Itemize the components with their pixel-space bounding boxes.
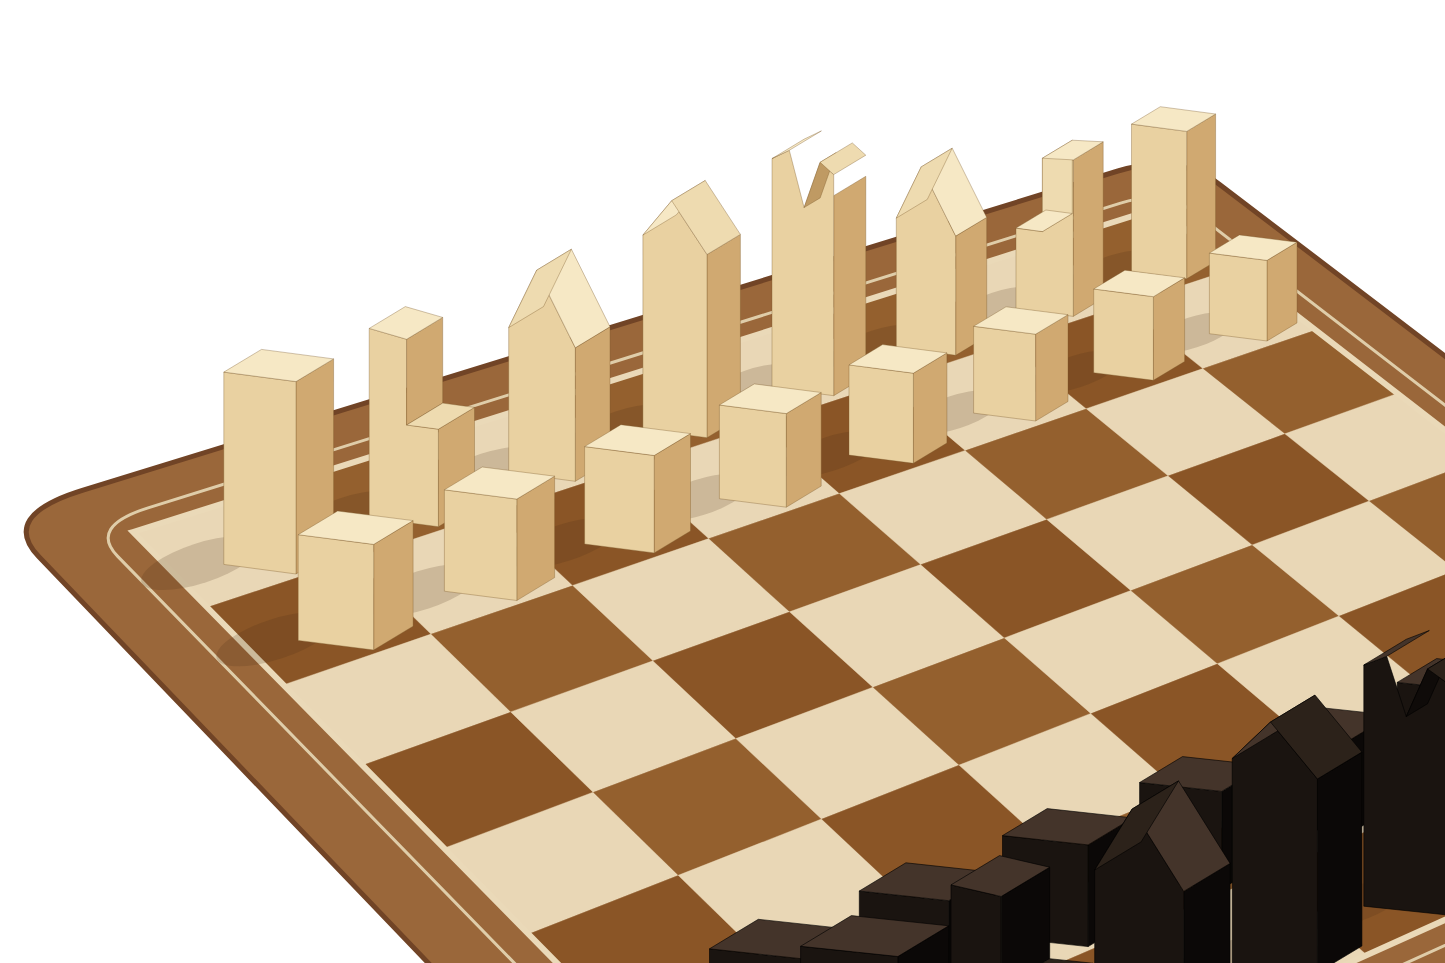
piece-white-pawn-e2 <box>719 384 821 507</box>
piece-white-bishop-c1 <box>896 148 986 355</box>
piece-facet <box>1209 253 1267 341</box>
piece-white-knight-b1 <box>1016 140 1103 316</box>
piece-facet <box>719 405 786 507</box>
piece-white-pawn-a2 <box>1209 235 1297 341</box>
piece-white-pawn-c2 <box>974 307 1068 421</box>
piece-white-queen-d1 <box>772 131 866 396</box>
piece-facet <box>298 535 374 650</box>
chess-set-product-photo <box>0 0 1445 963</box>
piece-facet <box>974 326 1036 421</box>
piece-facet <box>1317 752 1362 963</box>
piece-white-pawn-h2 <box>298 511 413 650</box>
piece-facet <box>849 365 913 463</box>
piece-facet <box>444 490 516 601</box>
piece-facet <box>1094 289 1154 380</box>
piece-facet <box>585 447 655 553</box>
piece-white-pawn-f2 <box>585 425 691 553</box>
piece-white-king-e1 <box>643 181 741 438</box>
chess-board <box>0 0 1445 963</box>
piece-facet <box>224 372 296 574</box>
piece-white-rook-a1 <box>1132 107 1216 279</box>
piece-white-pawn-g2 <box>444 467 554 601</box>
piece-facet <box>1132 124 1187 279</box>
piece-facet <box>772 131 821 159</box>
piece-white-pawn-b2 <box>1094 270 1185 380</box>
piece-white-pawn-d2 <box>849 345 947 464</box>
